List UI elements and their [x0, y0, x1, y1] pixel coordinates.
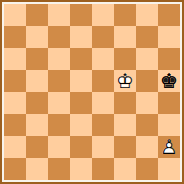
square-e8[interactable] [92, 4, 114, 26]
square-g2[interactable] [136, 136, 158, 158]
square-g6[interactable] [136, 48, 158, 70]
chess-board: ♚♔♚♔♟♙ [4, 4, 180, 180]
square-h2[interactable]: ♟♙ [158, 136, 180, 158]
square-e3[interactable] [92, 114, 114, 136]
square-a5[interactable] [4, 70, 26, 92]
square-c2[interactable] [48, 136, 70, 158]
square-e6[interactable] [92, 48, 114, 70]
square-a3[interactable] [4, 114, 26, 136]
square-b2[interactable] [26, 136, 48, 158]
square-b7[interactable] [26, 26, 48, 48]
square-g4[interactable] [136, 92, 158, 114]
square-c7[interactable] [48, 26, 70, 48]
square-c4[interactable] [48, 92, 70, 114]
square-e4[interactable] [92, 92, 114, 114]
square-a1[interactable] [4, 158, 26, 180]
white-king[interactable]: ♚♔ [114, 70, 136, 92]
square-g8[interactable] [136, 4, 158, 26]
square-e5[interactable] [92, 70, 114, 92]
piece-glyph-outline: ♔ [114, 70, 136, 92]
square-b4[interactable] [26, 92, 48, 114]
square-b1[interactable] [26, 158, 48, 180]
square-c3[interactable] [48, 114, 70, 136]
square-c5[interactable] [48, 70, 70, 92]
square-d3[interactable] [70, 114, 92, 136]
square-e2[interactable] [92, 136, 114, 158]
piece-glyph-outline: ♔ [158, 70, 180, 92]
square-f7[interactable] [114, 26, 136, 48]
square-g7[interactable] [136, 26, 158, 48]
square-a8[interactable] [4, 4, 26, 26]
square-b3[interactable] [26, 114, 48, 136]
square-a7[interactable] [4, 26, 26, 48]
square-d4[interactable] [70, 92, 92, 114]
square-c6[interactable] [48, 48, 70, 70]
square-h3[interactable] [158, 114, 180, 136]
board-frame: ♚♔♚♔♟♙ [0, 0, 184, 184]
square-g3[interactable] [136, 114, 158, 136]
square-h1[interactable] [158, 158, 180, 180]
square-g5[interactable] [136, 70, 158, 92]
square-d2[interactable] [70, 136, 92, 158]
square-f6[interactable] [114, 48, 136, 70]
black-king[interactable]: ♚♔ [158, 70, 180, 92]
square-f3[interactable] [114, 114, 136, 136]
square-e1[interactable] [92, 158, 114, 180]
square-d7[interactable] [70, 26, 92, 48]
square-d6[interactable] [70, 48, 92, 70]
square-h8[interactable] [158, 4, 180, 26]
square-a2[interactable] [4, 136, 26, 158]
square-h5[interactable]: ♚♔ [158, 70, 180, 92]
square-a4[interactable] [4, 92, 26, 114]
square-c1[interactable] [48, 158, 70, 180]
square-h4[interactable] [158, 92, 180, 114]
square-f8[interactable] [114, 4, 136, 26]
square-b6[interactable] [26, 48, 48, 70]
square-h7[interactable] [158, 26, 180, 48]
square-d5[interactable] [70, 70, 92, 92]
square-g1[interactable] [136, 158, 158, 180]
square-h6[interactable] [158, 48, 180, 70]
square-e7[interactable] [92, 26, 114, 48]
square-f5[interactable]: ♚♔ [114, 70, 136, 92]
square-c8[interactable] [48, 4, 70, 26]
square-d1[interactable] [70, 158, 92, 180]
board-inner-border: ♚♔♚♔♟♙ [2, 2, 182, 182]
piece-glyph-outline: ♙ [158, 136, 180, 158]
square-b5[interactable] [26, 70, 48, 92]
square-a6[interactable] [4, 48, 26, 70]
square-f1[interactable] [114, 158, 136, 180]
square-f2[interactable] [114, 136, 136, 158]
white-pawn[interactable]: ♟♙ [158, 136, 180, 158]
square-f4[interactable] [114, 92, 136, 114]
square-b8[interactable] [26, 4, 48, 26]
square-d8[interactable] [70, 4, 92, 26]
